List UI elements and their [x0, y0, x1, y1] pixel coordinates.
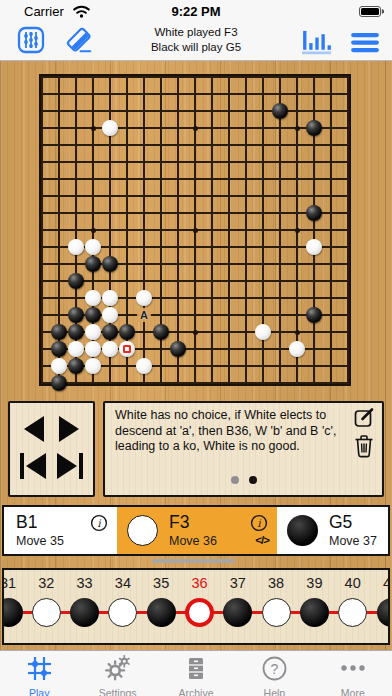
move-number-strip[interactable]: 3132333435363738394041 [2, 568, 390, 645]
move-number-38: 38 [258, 575, 294, 591]
menu-icon[interactable] [350, 27, 380, 57]
move-stone-33[interactable] [70, 598, 99, 627]
move-number-33: 33 [67, 575, 103, 591]
battery-icon [359, 6, 384, 17]
white-stone-D3[interactable] [85, 341, 101, 357]
white-stone-O4[interactable] [255, 324, 271, 340]
tab-play[interactable]: Play [0, 651, 78, 696]
tab-bar: PlaySettingsArchive?HelpMore [0, 650, 392, 696]
white-stone-E5[interactable] [102, 307, 118, 323]
white-stone-D9[interactable] [85, 239, 101, 255]
move-cell-F3[interactable]: F3Move 36i</> [117, 507, 277, 554]
question-icon: ? [261, 655, 288, 686]
move-stone-31[interactable] [2, 598, 23, 627]
first-move-button[interactable] [20, 453, 46, 479]
grid-vline [228, 76, 230, 384]
cell-coord: F3 [169, 512, 189, 533]
page-dot-1[interactable] [231, 476, 239, 484]
move-stone-41[interactable] [377, 598, 391, 627]
white-stone-E6[interactable] [102, 290, 118, 306]
cell-move-label: Move 36 [169, 534, 217, 548]
grid-hline [41, 280, 349, 282]
delete-comment-icon[interactable] [353, 434, 375, 459]
grid-vline [330, 76, 332, 384]
svg-text:i: i [257, 517, 262, 529]
eraser-icon[interactable] [64, 25, 94, 55]
black-stone-B1[interactable] [51, 375, 67, 391]
white-stone-D4[interactable] [85, 324, 101, 340]
grid-vline [245, 76, 247, 384]
gears-icon [104, 655, 132, 686]
move-number-32: 32 [28, 575, 64, 591]
star-point [295, 228, 300, 233]
move-stone-37[interactable] [223, 598, 252, 627]
archive-cabinet-icon [183, 655, 209, 686]
black-stone-E8[interactable] [102, 256, 118, 272]
black-stone-R11[interactable] [306, 205, 322, 221]
grid-hline [41, 382, 349, 384]
white-stone-Q3[interactable] [289, 341, 305, 357]
black-stone-P17[interactable] [272, 103, 288, 119]
board-setup-icon[interactable] [16, 25, 46, 55]
tab-label: Play [29, 687, 49, 696]
black-stone-C7[interactable] [68, 273, 84, 289]
move-stone-39[interactable] [300, 598, 329, 627]
black-stone-D8[interactable] [85, 256, 101, 272]
black-stone-C2[interactable] [68, 358, 84, 374]
comment-panel: White has no choice, if White elects to … [103, 401, 384, 497]
move-list-scrollbar[interactable] [152, 559, 235, 563]
cell-move-label: Move 37 [329, 534, 377, 548]
cell-coord: G5 [329, 512, 352, 533]
black-stone-B4[interactable] [51, 324, 67, 340]
next-move-button[interactable] [59, 416, 79, 442]
clock-label: 9:22 PM [0, 4, 392, 19]
move-number-37: 37 [220, 575, 256, 591]
black-stone-B3[interactable] [51, 341, 67, 357]
white-stone-D2[interactable] [85, 358, 101, 374]
move-cell-B1[interactable]: B1Move 35i [4, 507, 117, 554]
white-stone-C9[interactable] [68, 239, 84, 255]
white-stone-D6[interactable] [85, 290, 101, 306]
grid-vline [347, 76, 349, 384]
chart-icon[interactable] [302, 27, 332, 57]
move-list: B1Move 35iF3Move 36i</>G5Move 37 [2, 505, 390, 556]
black-stone-H4[interactable] [153, 324, 169, 340]
comment-text: White has no choice, if White elects to … [115, 408, 357, 455]
move-number-40: 40 [335, 575, 371, 591]
move-number-34: 34 [105, 575, 141, 591]
tab-settings[interactable]: Settings [78, 651, 156, 696]
star-point [295, 126, 300, 131]
move-number-35: 35 [143, 575, 179, 591]
grid-vline [211, 76, 213, 384]
move-cell-G5[interactable]: G5Move 37 [277, 507, 388, 554]
star-point [193, 330, 198, 335]
tab-label: More [341, 687, 365, 696]
navigation-panel [8, 401, 95, 497]
tab-more[interactable]: More [314, 651, 392, 696]
last-move-button[interactable] [57, 453, 83, 479]
black-stone-R5[interactable] [306, 307, 322, 323]
code-icon[interactable]: </> [255, 534, 269, 546]
status-line-2: Black will play G5 [96, 40, 296, 55]
edit-comment-icon[interactable] [354, 407, 375, 428]
status-bar: Carrier 9:22 PM [0, 0, 392, 22]
page-dots[interactable] [105, 470, 382, 488]
white-stone-G6[interactable] [136, 290, 152, 306]
tab-help[interactable]: ?Help [235, 651, 313, 696]
white-stone-E16[interactable] [102, 120, 118, 136]
white-stone-E3[interactable] [102, 341, 118, 357]
star-point [91, 126, 96, 131]
black-stone-D5[interactable] [85, 307, 101, 323]
info-icon[interactable]: i [90, 514, 108, 536]
black-stone-C4[interactable] [68, 324, 84, 340]
white-stone-icon [127, 515, 158, 546]
black-stone-R16[interactable] [306, 120, 322, 136]
tab-label: Archive [179, 687, 214, 696]
star-point [295, 330, 300, 335]
move-number-39: 39 [296, 575, 332, 591]
star-point [193, 228, 198, 233]
black-stone-J3[interactable] [170, 341, 186, 357]
page-dot-2[interactable] [249, 476, 257, 484]
black-stone-icon [287, 515, 318, 546]
white-stone-G2[interactable] [136, 358, 152, 374]
move-stone-36[interactable] [185, 598, 214, 627]
info-icon[interactable]: i [250, 514, 268, 536]
black-stone-C5[interactable] [68, 307, 84, 323]
move-number-31: 31 [2, 575, 26, 591]
cell-coord: B1 [16, 512, 37, 533]
move-stone-40[interactable] [338, 598, 367, 627]
white-stone-R9[interactable] [306, 239, 322, 255]
move-number-41: 41 [373, 575, 390, 591]
grid-vline [279, 76, 281, 384]
board-label-A: A [137, 308, 151, 322]
move-status-text: White played F3 Black will play G5 [96, 25, 296, 54]
cell-move-label: Move 35 [16, 534, 64, 548]
svg-text:i: i [97, 517, 102, 529]
tab-label: Settings [99, 687, 137, 696]
status-line-1: White played F3 [96, 25, 296, 40]
top-toolbar: White played F3 Black will play G5 [0, 22, 392, 61]
prev-move-button[interactable] [24, 416, 44, 442]
board-grid-icon [26, 655, 53, 686]
black-stone-F4[interactable] [119, 324, 135, 340]
move-stone-38[interactable] [262, 598, 291, 627]
move-number-36: 36 [182, 575, 218, 591]
app-screen: Carrier 9:22 PM [0, 0, 392, 696]
tab-label: Help [264, 687, 286, 696]
star-point [193, 126, 198, 131]
svg-text:?: ? [271, 661, 279, 677]
ellipsis-icon [338, 655, 368, 686]
move-stone-32[interactable] [32, 598, 61, 627]
white-stone-C3[interactable] [68, 341, 84, 357]
star-point [91, 228, 96, 233]
move-stone-34[interactable] [108, 598, 137, 627]
move-stone-35[interactable] [147, 598, 176, 627]
last-move-marker [123, 345, 131, 353]
black-stone-E4[interactable] [102, 324, 118, 340]
white-stone-B2[interactable] [51, 358, 67, 374]
tab-archive[interactable]: Archive [157, 651, 235, 696]
